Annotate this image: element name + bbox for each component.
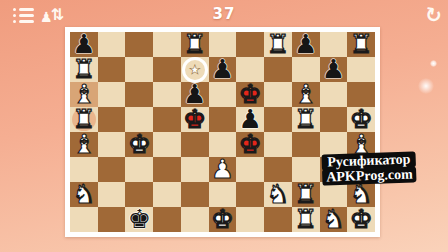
- white-rook: ♜: [294, 205, 317, 231]
- watermark-line2: APKProg.com: [322, 166, 417, 185]
- square-r7c5[interactable]: [181, 182, 209, 207]
- white-knight: ♞: [266, 180, 289, 206]
- square-r1c8[interactable]: ♜: [264, 32, 292, 57]
- square-r7c7[interactable]: [236, 182, 264, 207]
- square-r8c2[interactable]: [98, 207, 126, 232]
- black-pawn: ♟: [211, 55, 234, 81]
- square-r4c2[interactable]: [98, 107, 126, 132]
- sparkle-dot: [430, 60, 437, 67]
- square-r4c6[interactable]: [209, 107, 237, 132]
- white-rook: ♜: [294, 180, 317, 206]
- square-r6c9[interactable]: [292, 157, 320, 182]
- white-king: ♚: [211, 205, 234, 231]
- square-r3c7[interactable]: ♚: [236, 82, 264, 107]
- square-r3c3[interactable]: [125, 82, 153, 107]
- star-glyph: ★: [189, 63, 201, 76]
- square-r1c6[interactable]: [209, 32, 237, 57]
- square-r5c9[interactable]: [292, 132, 320, 157]
- white-rook: ♜: [72, 105, 95, 131]
- black-pawn: ♟: [239, 105, 262, 131]
- square-r2c7[interactable]: [236, 57, 264, 82]
- square-r3c10[interactable]: [320, 82, 348, 107]
- square-r3c9[interactable]: ♝: [292, 82, 320, 107]
- square-r5c5[interactable]: [181, 132, 209, 157]
- square-r2c8[interactable]: [264, 57, 292, 82]
- square-r5c3[interactable]: ♚: [125, 132, 153, 157]
- square-r7c1[interactable]: ♞: [70, 182, 98, 207]
- square-r6c8[interactable]: [264, 157, 292, 182]
- square-r7c4[interactable]: [153, 182, 181, 207]
- square-r8c11[interactable]: ♚: [347, 207, 375, 232]
- red-king: ♚: [239, 80, 262, 106]
- square-r4c1[interactable]: ♜: [70, 107, 98, 132]
- square-r8c4[interactable]: [153, 207, 181, 232]
- square-r5c1[interactable]: ♝: [70, 132, 98, 157]
- square-r4c7[interactable]: ♟: [236, 107, 264, 132]
- square-r5c6[interactable]: [209, 132, 237, 157]
- square-r8c5[interactable]: [181, 207, 209, 232]
- circled-star-marker: ★: [182, 57, 208, 83]
- square-r3c1[interactable]: ♝: [70, 82, 98, 107]
- white-pawn: ♟: [211, 155, 234, 181]
- red-king: ♚: [183, 105, 206, 131]
- square-r4c10[interactable]: [320, 107, 348, 132]
- square-r8c7[interactable]: [236, 207, 264, 232]
- white-rook: ♜: [72, 55, 95, 81]
- square-r4c8[interactable]: [264, 107, 292, 132]
- square-r5c8[interactable]: [264, 132, 292, 157]
- square-r8c3[interactable]: ♚: [125, 207, 153, 232]
- square-r8c9[interactable]: ♜: [292, 207, 320, 232]
- white-knight: ♞: [72, 180, 95, 206]
- white-king: ♚: [128, 130, 151, 156]
- white-bishop: ♝: [72, 130, 95, 156]
- square-r1c9[interactable]: ♟: [292, 32, 320, 57]
- white-rook: ♜: [183, 30, 206, 56]
- square-r3c4[interactable]: [153, 82, 181, 107]
- square-r4c4[interactable]: [153, 107, 181, 132]
- white-king: ♚: [349, 105, 372, 131]
- black-pawn: ♟: [72, 30, 95, 56]
- chess-board: ♟♜♜♟♜♜★♟♟♝♟♚♝♜♚♟♜♚♝♚♚♝♟♞♞♜♞♚♚♜♞♚: [65, 27, 380, 237]
- square-r8c10[interactable]: ♞: [320, 207, 348, 232]
- square-r7c11[interactable]: ♞: [347, 182, 375, 207]
- square-r2c4[interactable]: [153, 57, 181, 82]
- square-r4c3[interactable]: [125, 107, 153, 132]
- square-r1c1[interactable]: ♟: [70, 32, 98, 57]
- square-r6c1[interactable]: [70, 157, 98, 182]
- restart-icon[interactable]: ↻: [423, 2, 444, 29]
- square-r6c6[interactable]: ♟: [209, 157, 237, 182]
- red-king: ♚: [239, 130, 262, 156]
- square-r2c2[interactable]: [98, 57, 126, 82]
- square-r2c9[interactable]: [292, 57, 320, 82]
- square-r1c3[interactable]: [125, 32, 153, 57]
- black-pawn: ♟: [183, 80, 206, 106]
- square-r6c4[interactable]: [153, 157, 181, 182]
- white-rook: ♜: [266, 30, 289, 56]
- square-r1c4[interactable]: [153, 32, 181, 57]
- square-r6c5[interactable]: [181, 157, 209, 182]
- square-r3c8[interactable]: [264, 82, 292, 107]
- square-r8c6[interactable]: ♚: [209, 207, 237, 232]
- square-r2c5[interactable]: ★: [181, 57, 209, 82]
- square-r6c2[interactable]: [98, 157, 126, 182]
- watermark: Русификатор APKProg.com: [321, 151, 416, 185]
- black-king: ♚: [128, 205, 151, 231]
- square-r8c8[interactable]: [264, 207, 292, 232]
- square-r3c5[interactable]: ♟: [181, 82, 209, 107]
- black-pawn: ♟: [294, 30, 317, 56]
- white-bishop: ♝: [72, 80, 95, 106]
- square-r1c11[interactable]: ♜: [347, 32, 375, 57]
- square-r5c7[interactable]: ♚: [236, 132, 264, 157]
- square-r3c2[interactable]: [98, 82, 126, 107]
- square-r2c1[interactable]: ♜: [70, 57, 98, 82]
- square-r5c2[interactable]: [98, 132, 126, 157]
- square-r2c10[interactable]: ♟: [320, 57, 348, 82]
- square-r5c4[interactable]: [153, 132, 181, 157]
- white-king: ♚: [349, 205, 372, 231]
- square-r1c2[interactable]: [98, 32, 126, 57]
- white-rook: ♜: [294, 105, 317, 131]
- square-r4c5[interactable]: ♚: [181, 107, 209, 132]
- white-bishop: ♝: [294, 80, 317, 106]
- square-r1c5[interactable]: ♜: [181, 32, 209, 57]
- square-r2c11[interactable]: [347, 57, 375, 82]
- square-r7c10[interactable]: [320, 182, 348, 207]
- square-r4c11[interactable]: ♚: [347, 107, 375, 132]
- square-r1c10[interactable]: [320, 32, 348, 57]
- sparkle-glow: [418, 78, 434, 94]
- square-r7c6[interactable]: [209, 182, 237, 207]
- square-r3c6[interactable]: [209, 82, 237, 107]
- white-knight: ♞: [322, 205, 345, 231]
- top-toolbar: ♟ ⇅ 37 ↻: [0, 0, 448, 27]
- square-r2c6[interactable]: ♟: [209, 57, 237, 82]
- black-pawn: ♟: [322, 55, 345, 81]
- square-r7c8[interactable]: ♞: [264, 182, 292, 207]
- square-r7c3[interactable]: [125, 182, 153, 207]
- square-r6c7[interactable]: [236, 157, 264, 182]
- square-r7c2[interactable]: [98, 182, 126, 207]
- square-r7c9[interactable]: ♜: [292, 182, 320, 207]
- square-r2c3[interactable]: [125, 57, 153, 82]
- square-r4c9[interactable]: ♜: [292, 107, 320, 132]
- square-r8c1[interactable]: [70, 207, 98, 232]
- square-r1c7[interactable]: [236, 32, 264, 57]
- square-r3c11[interactable]: [347, 82, 375, 107]
- square-r6c3[interactable]: [125, 157, 153, 182]
- move-counter: 37: [0, 5, 448, 23]
- white-rook: ♜: [349, 30, 372, 56]
